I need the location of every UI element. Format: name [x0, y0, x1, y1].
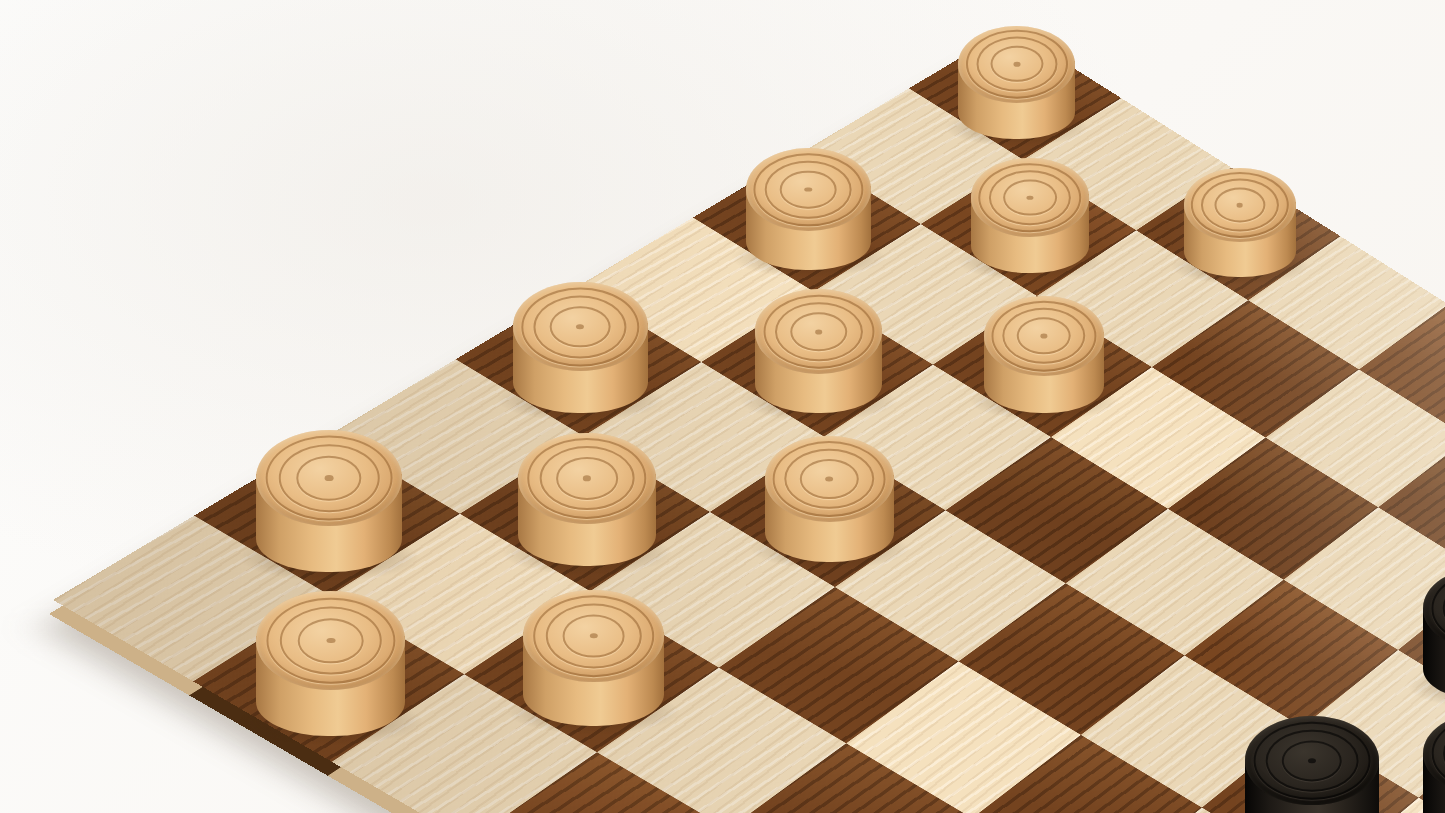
white-checker-u1v3[interactable] [755, 289, 882, 413]
white-checker-u0v4[interactable] [513, 282, 648, 413]
piece-center-dot [1013, 62, 1020, 67]
white-checker-u1v1[interactable] [971, 158, 1090, 273]
piece-top-face [1245, 716, 1379, 805]
piece-top-face [256, 591, 405, 689]
photo-scene [0, 0, 1445, 813]
white-checker-u1v5[interactable] [518, 433, 655, 566]
piece-center-dot [325, 475, 334, 481]
black-checker-u6v4[interactable] [1245, 716, 1379, 813]
piece-top-face [958, 26, 1075, 103]
white-checker-u2v0[interactable] [1184, 168, 1296, 277]
white-checker-u2v2[interactable] [984, 296, 1104, 413]
piece-center-dot [326, 638, 335, 644]
black-checker-u7v3[interactable] [1423, 712, 1445, 813]
white-checker-u0v2[interactable] [746, 148, 871, 270]
piece-top-face [1184, 168, 1296, 242]
piece-top-face [523, 590, 663, 682]
black-checker-u6v2[interactable] [1423, 567, 1445, 700]
white-checker-u0v0[interactable] [958, 26, 1075, 139]
piece-top-face [984, 296, 1104, 375]
piece-top-face [765, 436, 895, 522]
piece-top-face [256, 430, 402, 526]
piece-center-dot [1026, 195, 1033, 200]
piece-top-face [971, 158, 1090, 236]
white-checker-u2v4[interactable] [765, 436, 895, 562]
piece-top-face [518, 433, 655, 524]
piece-top-face [755, 289, 882, 373]
white-checker-u1v7[interactable] [256, 591, 405, 736]
white-checker-u2v6[interactable] [523, 590, 663, 726]
piece-center-dot [805, 187, 813, 192]
white-checker-u0v6[interactable] [256, 430, 402, 572]
piece-center-dot [815, 329, 823, 334]
piece-top-face [513, 282, 648, 371]
piece-center-dot [826, 476, 834, 481]
piece-center-dot [1040, 333, 1047, 338]
piece-top-face [746, 148, 871, 231]
piece-center-dot [589, 633, 597, 639]
